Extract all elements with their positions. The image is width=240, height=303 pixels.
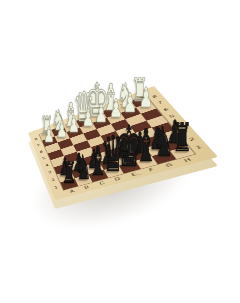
piece-white-pawn-d7: ♟: [82, 108, 94, 132]
piece-white-pawn-a7: ♟: [44, 123, 55, 144]
piece-black-knight-b1: ♞: [74, 151, 91, 185]
piece-white-pawn-h7: ♟: [138, 84, 152, 112]
product-photo: ABCDEFGH 87654321 87654321 ~ ♜♞♟♝♟♚♟♛♟♝♟…: [0, 0, 240, 303]
piece-white-pawn-c7: ♟: [69, 113, 81, 136]
piece-black-rook-h1: ♜: [172, 118, 192, 158]
piece-white-pawn-b7: ♟: [56, 118, 67, 140]
piece-black-rook-a1: ♜: [61, 159, 76, 189]
